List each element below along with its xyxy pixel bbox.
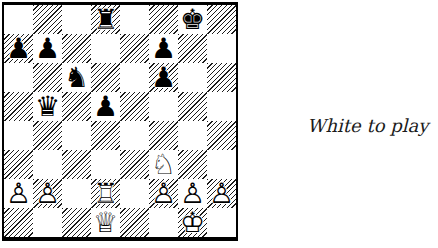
- black-pawn-glyph: ♟: [91, 92, 120, 121]
- square-f8: [149, 5, 178, 34]
- square-d7: [91, 34, 120, 63]
- square-c4: [62, 121, 91, 150]
- square-a2: ♟♙: [4, 179, 33, 208]
- square-e7: [120, 34, 149, 63]
- white-pawn: ♟♙: [178, 179, 207, 208]
- square-h3: [207, 150, 236, 179]
- black-queen: ♛: [33, 92, 62, 121]
- white-queen-glyph: ♕: [91, 208, 120, 237]
- square-d6: [91, 63, 120, 92]
- square-c5: [62, 92, 91, 121]
- square-a7: ♟: [4, 34, 33, 63]
- square-c2: [62, 179, 91, 208]
- square-e8: [120, 5, 149, 34]
- black-pawn: ♟: [149, 63, 178, 92]
- square-a5: [4, 92, 33, 121]
- black-pawn: ♟: [33, 34, 62, 63]
- square-f7: ♟: [149, 34, 178, 63]
- square-b7: ♟: [33, 34, 62, 63]
- square-f6: ♟: [149, 63, 178, 92]
- square-e2: [120, 179, 149, 208]
- square-c6: ♞: [62, 63, 91, 92]
- square-g1: ♚♔: [178, 208, 207, 237]
- square-h6: [207, 63, 236, 92]
- black-knight-glyph: ♞: [62, 63, 91, 92]
- square-b2: ♟♙: [33, 179, 62, 208]
- square-a6: [4, 63, 33, 92]
- square-d8: ♜: [91, 5, 120, 34]
- square-h7: [207, 34, 236, 63]
- square-c8: [62, 5, 91, 34]
- black-pawn-glyph: ♟: [4, 34, 33, 63]
- white-pawn-glyph: ♙: [178, 179, 207, 208]
- square-a8: [4, 5, 33, 34]
- white-knight: ♞♘: [149, 150, 178, 179]
- square-d5: ♟: [91, 92, 120, 121]
- white-pawn: ♟♙: [33, 179, 62, 208]
- black-pawn-glyph: ♟: [149, 34, 178, 63]
- square-h1: [207, 208, 236, 237]
- square-h5: [207, 92, 236, 121]
- square-g3: [178, 150, 207, 179]
- white-knight-glyph: ♘: [149, 150, 178, 179]
- square-g6: [178, 63, 207, 92]
- square-e3: [120, 150, 149, 179]
- black-pawn: ♟: [4, 34, 33, 63]
- white-queen: ♛♕: [91, 208, 120, 237]
- square-b1: [33, 208, 62, 237]
- white-king-glyph: ♔: [178, 208, 207, 237]
- square-f5: [149, 92, 178, 121]
- black-king: ♚: [178, 5, 207, 34]
- square-f1: [149, 208, 178, 237]
- square-f2: ♟♙: [149, 179, 178, 208]
- white-pawn-glyph: ♙: [149, 179, 178, 208]
- black-king-glyph: ♚: [178, 5, 207, 34]
- square-e6: [120, 63, 149, 92]
- white-pawn-glyph: ♙: [4, 179, 33, 208]
- square-c1: [62, 208, 91, 237]
- square-b6: [33, 63, 62, 92]
- black-rook: ♜: [91, 5, 120, 34]
- square-c7: [62, 34, 91, 63]
- white-rook-glyph: ♖: [91, 179, 120, 208]
- square-g4: [178, 121, 207, 150]
- square-e1: [120, 208, 149, 237]
- square-f3: ♞♘: [149, 150, 178, 179]
- black-knight: ♞: [62, 63, 91, 92]
- square-b5: ♛: [33, 92, 62, 121]
- black-rook-glyph: ♜: [91, 5, 120, 34]
- square-g8: ♚: [178, 5, 207, 34]
- caption-white-to-play: White to play: [307, 115, 438, 137]
- square-b4: [33, 121, 62, 150]
- square-h4: [207, 121, 236, 150]
- black-pawn: ♟: [149, 34, 178, 63]
- square-a4: [4, 121, 33, 150]
- square-h2: ♟♙: [207, 179, 236, 208]
- square-e5: [120, 92, 149, 121]
- square-g2: ♟♙: [178, 179, 207, 208]
- square-a1: [4, 208, 33, 237]
- square-c3: [62, 150, 91, 179]
- black-pawn-glyph: ♟: [149, 63, 178, 92]
- square-g5: [178, 92, 207, 121]
- square-d3: [91, 150, 120, 179]
- chess-diagram: ♜♚♟♟♟♞♟♛♟♞♘♟♙♟♙♜♖♟♙♟♙♟♙♛♕♚♔ White to pla…: [0, 0, 438, 248]
- black-queen-glyph: ♛: [33, 92, 62, 121]
- square-g7: [178, 34, 207, 63]
- white-pawn-glyph: ♙: [33, 179, 62, 208]
- square-d4: [91, 121, 120, 150]
- black-pawn: ♟: [91, 92, 120, 121]
- white-pawn: ♟♙: [149, 179, 178, 208]
- square-f4: [149, 121, 178, 150]
- square-e4: [120, 121, 149, 150]
- square-h8: [207, 5, 236, 34]
- square-d2: ♜♖: [91, 179, 120, 208]
- square-a3: [4, 150, 33, 179]
- black-pawn-glyph: ♟: [33, 34, 62, 63]
- white-pawn-glyph: ♙: [207, 179, 236, 208]
- white-pawn: ♟♙: [4, 179, 33, 208]
- white-pawn: ♟♙: [207, 179, 236, 208]
- white-king: ♚♔: [178, 208, 207, 237]
- square-d1: ♛♕: [91, 208, 120, 237]
- square-b3: [33, 150, 62, 179]
- white-rook: ♜♖: [91, 179, 120, 208]
- square-b8: [33, 5, 62, 34]
- chess-board: ♜♚♟♟♟♞♟♛♟♞♘♟♙♟♙♜♖♟♙♟♙♟♙♛♕♚♔: [2, 2, 238, 241]
